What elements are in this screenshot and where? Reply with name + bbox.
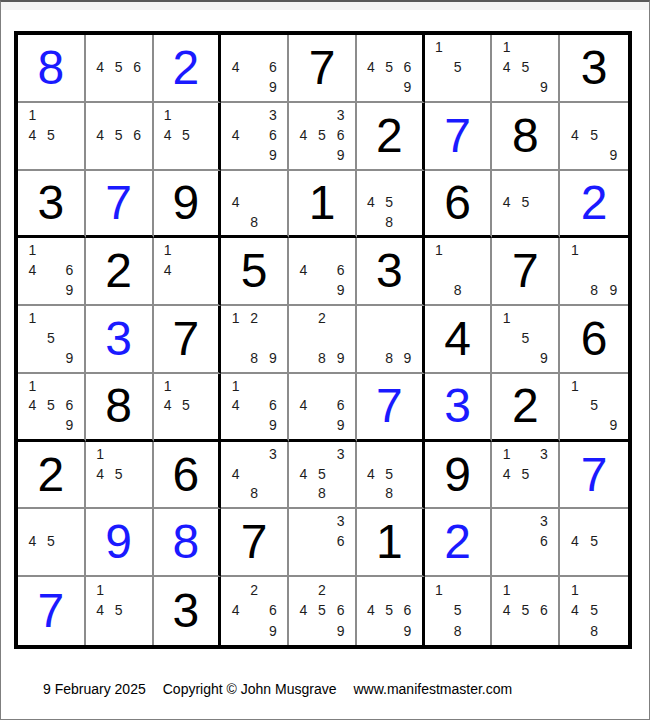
cell-r1c4[interactable]: 469 (221, 35, 289, 103)
candidate-digit (226, 579, 245, 600)
cell-r3c4[interactable]: 48 (221, 171, 289, 239)
cell-r2c2[interactable]: 456 (86, 103, 154, 171)
candidate-digit (604, 600, 623, 621)
candidate-digit (195, 145, 213, 165)
given-digit: 6 (173, 451, 200, 499)
candidate-digit (584, 579, 603, 600)
given-digit: 2 (38, 451, 65, 499)
cell-r7c8[interactable]: 1345 (492, 442, 560, 510)
candidate-digit (467, 260, 486, 280)
cell-r9c2[interactable]: 145 (86, 577, 154, 645)
candidate-digit (516, 173, 535, 193)
candidate-digit (380, 328, 398, 348)
candidate-digit: 6 (331, 395, 350, 415)
candidate-digit: 6 (264, 600, 283, 621)
candidate-digit: 5 (42, 125, 61, 145)
candidate-digit (177, 145, 195, 165)
cell-r6c8[interactable]: 2 (492, 374, 560, 442)
candidate-grid: 159 (492, 306, 558, 372)
cell-r4c6[interactable]: 3 (357, 238, 425, 306)
candidate-digit: 5 (313, 464, 332, 484)
cell-r6c5[interactable]: 469 (289, 374, 357, 442)
candidate-grid: 159 (18, 306, 84, 372)
candidate-digit (535, 464, 554, 484)
candidate-digit: 4 (159, 125, 177, 145)
candidate-digit (362, 348, 380, 368)
candidate-digit: 5 (516, 464, 535, 484)
given-digit: 4 (444, 315, 471, 363)
candidate-digit (362, 620, 380, 641)
candidate-digit: 1 (91, 579, 110, 600)
candidate-digit (331, 551, 350, 571)
candidate-digit (604, 531, 623, 551)
candidate-digit (565, 551, 584, 571)
candidate-digit (604, 620, 623, 641)
candidate-digit (448, 260, 467, 280)
candidate-digit: 8 (313, 484, 332, 504)
cell-r8c6[interactable]: 1 (357, 509, 425, 577)
cell-r5c6[interactable]: 89 (357, 306, 425, 374)
candidate-digit (380, 77, 398, 97)
candidate-digit (331, 240, 350, 260)
cell-r6c2[interactable]: 8 (86, 374, 154, 442)
cell-r7c3[interactable]: 6 (154, 442, 222, 510)
candidate-digit (226, 415, 245, 435)
cell-r4c7[interactable]: 18 (425, 238, 493, 306)
candidate-grid: 45 (492, 171, 558, 236)
cell-r2c6[interactable]: 2 (357, 103, 425, 171)
candidate-digit: 1 (497, 444, 516, 464)
candidate-digit: 9 (264, 415, 283, 435)
candidate-digit (516, 620, 535, 641)
cell-r8c4[interactable]: 7 (221, 509, 289, 577)
candidate-digit (245, 395, 264, 415)
candidate-digit (195, 105, 213, 125)
candidate-digit: 9 (604, 145, 623, 165)
candidate-digit: 5 (380, 192, 398, 212)
candidate-digit (535, 328, 554, 348)
candidate-digit (23, 415, 42, 435)
cell-r5c4[interactable]: 1289 (221, 306, 289, 374)
cell-r8c3[interactable]: 8 (154, 509, 222, 577)
cell-r5c7[interactable]: 4 (425, 306, 493, 374)
candidate-digit (430, 77, 449, 97)
cell-r4c1[interactable]: 1469 (18, 238, 86, 306)
candidate-digit: 9 (264, 348, 283, 368)
candidate-digit (331, 308, 350, 328)
cell-r1c8[interactable]: 1459 (492, 35, 560, 103)
candidate-digit (565, 260, 584, 280)
candidate-digit (226, 212, 245, 232)
cell-r3c6[interactable]: 458 (357, 171, 425, 239)
candidate-digit (467, 57, 486, 77)
candidate-digit (497, 511, 516, 531)
cell-r2c8[interactable]: 8 (492, 103, 560, 171)
candidate-grid: 3458 (289, 442, 355, 508)
candidate-digit: 9 (535, 348, 554, 368)
candidate-digit: 1 (565, 579, 584, 600)
candidate-digit (584, 145, 603, 165)
candidate-digit: 5 (380, 57, 398, 77)
candidate-digit (380, 308, 398, 328)
candidate-digit (516, 444, 535, 464)
candidate-digit (313, 280, 332, 300)
candidate-digit (362, 484, 380, 504)
cell-r2c5[interactable]: 34569 (289, 103, 357, 171)
cell-r8c2[interactable]: 9 (86, 509, 154, 577)
given-digit: 7 (512, 247, 539, 295)
candidate-digit: 4 (23, 395, 42, 415)
candidate-digit: 4 (159, 395, 177, 415)
candidate-digit: 9 (264, 620, 283, 641)
cell-r1c3[interactable]: 2 (154, 35, 222, 103)
candidate-digit (60, 145, 79, 165)
candidate-digit (380, 37, 398, 57)
candidate-digit (467, 280, 486, 300)
candidate-digit: 3 (331, 444, 350, 464)
candidate-digit (91, 620, 110, 641)
cell-r1c7[interactable]: 15 (425, 35, 493, 103)
candidate-digit (128, 600, 147, 621)
cell-r5c2[interactable]: 3 (86, 306, 154, 374)
cell-r7c2[interactable]: 145 (86, 442, 154, 510)
candidate-digit (535, 173, 554, 193)
cell-r3c3[interactable]: 9 (154, 171, 222, 239)
given-digit: 6 (444, 179, 471, 227)
cell-r9c9[interactable]: 1458 (560, 577, 628, 645)
candidate-digit (128, 579, 147, 600)
candidate-digit: 9 (264, 145, 283, 165)
candidate-digit (42, 511, 61, 531)
candidate-digit (195, 280, 213, 300)
candidate-digit: 4 (497, 464, 516, 484)
candidate-digit (604, 511, 623, 531)
candidate-digit (23, 348, 42, 368)
candidate-digit: 4 (226, 192, 245, 212)
candidate-digit (159, 145, 177, 165)
candidate-digit (294, 444, 313, 464)
candidate-digit (245, 105, 264, 125)
candidate-digit (362, 308, 380, 328)
candidate-digit (159, 415, 177, 435)
candidate-digit (195, 240, 213, 260)
candidate-digit (60, 240, 79, 260)
cell-r1c9[interactable]: 3 (560, 35, 628, 103)
candidate-digit (516, 579, 535, 600)
candidate-digit (604, 579, 623, 600)
cell-r8c1[interactable]: 45 (18, 509, 86, 577)
candidate-grid: 456 (86, 35, 152, 101)
candidate-digit: 5 (177, 125, 195, 145)
candidate-digit (23, 511, 42, 531)
cell-r9c8[interactable]: 1456 (492, 577, 560, 645)
candidate-grid: 24569 (289, 577, 355, 645)
candidate-digit: 1 (159, 105, 177, 125)
candidate-grid: 158 (425, 577, 491, 645)
candidate-digit (565, 620, 584, 641)
candidate-digit (497, 620, 516, 641)
cell-r9c7[interactable]: 158 (425, 577, 493, 645)
candidate-digit (584, 260, 603, 280)
candidate-digit (313, 376, 332, 396)
candidate-digit (226, 105, 245, 125)
cell-r4c3[interactable]: 14 (154, 238, 222, 306)
given-digit: 9 (173, 179, 200, 227)
candidate-digit: 4 (294, 395, 313, 415)
candidate-digit (60, 308, 79, 328)
cell-r1c1[interactable]: 8 (18, 35, 86, 103)
cell-r2c7[interactable]: 7 (425, 103, 493, 171)
cell-r1c6[interactable]: 4569 (357, 35, 425, 103)
candidate-digit (226, 77, 245, 97)
candidate-digit (226, 145, 245, 165)
candidate-digit (245, 600, 264, 621)
given-digit: 7 (173, 315, 200, 363)
candidate-digit: 6 (128, 57, 147, 77)
candidate-grid: 469 (289, 238, 355, 304)
top-band (1, 2, 649, 10)
cell-r3c7[interactable]: 6 (425, 171, 493, 239)
candidate-digit (177, 280, 195, 300)
cell-r6c4[interactable]: 1469 (221, 374, 289, 442)
given-digit: 3 (581, 44, 608, 92)
cell-r4c2[interactable]: 2 (86, 238, 154, 306)
cell-r9c3[interactable]: 3 (154, 577, 222, 645)
cell-r3c8[interactable]: 45 (492, 171, 560, 239)
candidate-digit (584, 551, 603, 571)
given-digit: 2 (376, 112, 403, 160)
candidate-digit (604, 395, 623, 415)
candidate-digit: 1 (497, 37, 516, 57)
candidate-grid: 36 (289, 509, 355, 575)
candidate-digit: 1 (23, 105, 42, 125)
cell-r2c9[interactable]: 459 (560, 103, 628, 171)
candidate-grid: 89 (357, 306, 422, 372)
candidate-digit (195, 125, 213, 145)
candidate-digit: 3 (264, 444, 283, 464)
candidate-grid: 1458 (560, 577, 628, 645)
cell-r6c6[interactable]: 7 (357, 374, 425, 442)
candidate-digit: 5 (42, 531, 61, 551)
candidate-digit (398, 192, 416, 212)
candidate-digit: 5 (584, 531, 603, 551)
candidate-digit: 1 (565, 376, 584, 396)
candidate-digit: 9 (398, 348, 416, 368)
candidate-digit (398, 328, 416, 348)
candidate-digit: 5 (109, 464, 128, 484)
cell-r4c8[interactable]: 7 (492, 238, 560, 306)
candidate-digit (128, 145, 147, 165)
candidate-digit (294, 105, 313, 125)
candidate-digit (60, 125, 79, 145)
cell-r3c5[interactable]: 1 (289, 171, 357, 239)
candidate-digit: 2 (245, 308, 264, 328)
cell-r8c7[interactable]: 2 (425, 509, 493, 577)
candidate-digit (430, 620, 449, 641)
candidate-digit: 6 (60, 260, 79, 280)
cell-r9c5[interactable]: 24569 (289, 577, 357, 645)
candidate-digit (177, 415, 195, 435)
candidate-digit (604, 105, 623, 125)
candidate-grid: 189 (560, 238, 628, 304)
candidate-digit (497, 173, 516, 193)
candidate-digit (331, 464, 350, 484)
candidate-digit (294, 511, 313, 531)
cell-r7c9[interactable]: 7 (560, 442, 628, 510)
cell-r1c5[interactable]: 7 (289, 35, 357, 103)
candidate-digit: 8 (380, 484, 398, 504)
candidate-digit: 3 (264, 105, 283, 125)
candidate-digit (128, 77, 147, 97)
candidate-digit (245, 37, 264, 57)
candidate-digit (109, 37, 128, 57)
candidate-digit (294, 415, 313, 435)
candidate-digit: 5 (448, 57, 467, 77)
candidate-digit: 5 (380, 464, 398, 484)
candidate-grid: 34569 (289, 103, 355, 169)
cell-r8c8[interactable]: 36 (492, 509, 560, 577)
cell-r9c6[interactable]: 4569 (357, 577, 425, 645)
cell-r4c5[interactable]: 469 (289, 238, 357, 306)
candidate-digit (604, 260, 623, 280)
candidate-grid: 159 (560, 374, 628, 439)
cell-r3c2[interactable]: 7 (86, 171, 154, 239)
candidate-digit (467, 620, 486, 641)
candidate-digit (264, 308, 283, 328)
candidate-digit (177, 260, 195, 280)
cell-r2c3[interactable]: 145 (154, 103, 222, 171)
candidate-digit (226, 620, 245, 641)
cell-r9c4[interactable]: 2469 (221, 577, 289, 645)
solved-digit: 8 (173, 518, 200, 566)
cell-r2c1[interactable]: 145 (18, 103, 86, 171)
candidate-digit: 8 (313, 348, 332, 368)
candidate-digit (245, 192, 264, 212)
candidate-digit: 4 (294, 260, 313, 280)
candidate-digit (448, 37, 467, 57)
cell-r5c1[interactable]: 159 (18, 306, 86, 374)
candidate-digit (245, 328, 264, 348)
candidate-grid: 348 (221, 442, 287, 508)
candidate-digit: 5 (516, 600, 535, 621)
candidate-digit (294, 551, 313, 571)
cell-r5c8[interactable]: 159 (492, 306, 560, 374)
candidate-digit (195, 376, 213, 396)
footer-date: 9 February 2025 (43, 681, 146, 697)
footer: 9 February 2025 Copyright © John Musgrav… (43, 681, 512, 697)
given-digit: 2 (512, 382, 539, 430)
candidate-digit (565, 105, 584, 125)
candidate-digit: 6 (398, 57, 416, 77)
candidate-digit (584, 415, 603, 435)
cell-r5c3[interactable]: 7 (154, 306, 222, 374)
cell-r5c9[interactable]: 6 (560, 306, 628, 374)
candidate-digit: 5 (448, 600, 467, 621)
candidate-digit (245, 415, 264, 435)
cell-r7c4[interactable]: 348 (221, 442, 289, 510)
candidate-grid: 458 (357, 442, 422, 508)
candidate-digit (516, 308, 535, 328)
candidate-digit (467, 240, 486, 260)
cell-r7c5[interactable]: 3458 (289, 442, 357, 510)
candidate-digit (294, 376, 313, 396)
candidate-digit: 3 (535, 511, 554, 531)
cell-r4c4[interactable]: 5 (221, 238, 289, 306)
candidate-digit (294, 328, 313, 348)
candidate-digit (195, 260, 213, 280)
candidate-digit: 8 (380, 212, 398, 232)
solved-digit: 3 (444, 382, 471, 430)
candidate-digit (23, 328, 42, 348)
cell-r5c5[interactable]: 289 (289, 306, 357, 374)
candidate-digit (60, 551, 79, 571)
cell-r7c1[interactable]: 2 (18, 442, 86, 510)
cell-r3c9[interactable]: 2 (560, 171, 628, 239)
candidate-digit (23, 145, 42, 165)
cell-r6c1[interactable]: 14569 (18, 374, 86, 442)
candidate-digit (535, 579, 554, 600)
candidate-digit: 4 (497, 600, 516, 621)
candidate-digit (584, 376, 603, 396)
candidate-digit (331, 376, 350, 396)
candidate-digit (128, 105, 147, 125)
cell-r1c2[interactable]: 456 (86, 35, 154, 103)
candidate-digit: 4 (91, 125, 110, 145)
candidate-digit (177, 105, 195, 125)
candidate-digit (362, 173, 380, 193)
candidate-digit (60, 531, 79, 551)
candidate-digit (42, 260, 61, 280)
candidate-digit (42, 348, 61, 368)
candidate-digit: 4 (226, 125, 245, 145)
candidate-digit: 6 (264, 395, 283, 415)
cell-r2c4[interactable]: 3469 (221, 103, 289, 171)
candidate-digit: 4 (226, 57, 245, 77)
candidate-digit (60, 511, 79, 531)
cell-r7c6[interactable]: 458 (357, 442, 425, 510)
candidate-digit: 5 (109, 125, 128, 145)
cell-r8c5[interactable]: 36 (289, 509, 357, 577)
cell-r7c7[interactable]: 9 (425, 442, 493, 510)
cell-r6c3[interactable]: 145 (154, 374, 222, 442)
candidate-digit: 1 (226, 308, 245, 328)
candidate-digit: 9 (604, 280, 623, 300)
candidate-digit (226, 348, 245, 368)
candidate-digit (313, 511, 332, 531)
candidate-grid: 1459 (492, 35, 558, 101)
candidate-digit (362, 37, 380, 57)
candidate-digit: 5 (584, 395, 603, 415)
candidate-digit (535, 484, 554, 504)
candidate-grid: 145 (18, 103, 84, 169)
candidate-digit (604, 125, 623, 145)
cell-r8c9[interactable]: 45 (560, 509, 628, 577)
cell-r6c7[interactable]: 3 (425, 374, 493, 442)
cell-r4c9[interactable]: 189 (560, 238, 628, 306)
cell-r3c1[interactable]: 3 (18, 171, 86, 239)
candidate-grid: 14 (154, 238, 219, 304)
candidate-digit: 4 (294, 600, 313, 621)
cell-r6c9[interactable]: 159 (560, 374, 628, 442)
candidate-digit (430, 600, 449, 621)
candidate-digit: 4 (565, 600, 584, 621)
candidate-digit: 9 (331, 145, 350, 165)
candidate-digit: 6 (264, 57, 283, 77)
candidate-digit (60, 376, 79, 396)
candidate-digit (313, 145, 332, 165)
cell-r9c1[interactable]: 7 (18, 577, 86, 645)
solved-digit: 8 (38, 44, 65, 92)
